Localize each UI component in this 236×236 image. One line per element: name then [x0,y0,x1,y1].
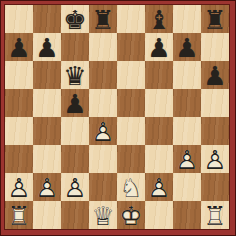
black-bishop-f8[interactable]: ♝ [145,5,173,33]
square-b6[interactable] [33,61,61,89]
white-pawn-d4[interactable]: ♟♙ [89,117,117,145]
white-queen-d1[interactable]: ♛♕ [89,201,117,229]
queen-fill-glyph: ♛ [61,61,89,89]
pawn-outline-glyph: ♙ [201,145,229,173]
square-g6[interactable] [173,61,201,89]
square-h5[interactable] [201,89,229,117]
square-b4[interactable] [33,117,61,145]
square-g1[interactable] [173,201,201,229]
square-a6[interactable] [5,61,33,89]
square-f8[interactable]: ♝ [145,5,173,33]
white-pawn-a2[interactable]: ♟♙ [5,173,33,201]
square-h8[interactable]: ♜ [201,5,229,33]
square-f1[interactable] [145,201,173,229]
square-h7[interactable] [201,33,229,61]
square-h6[interactable]: ♟ [201,61,229,89]
chess-board: ♚♜♝♜♟♟♟♟♛♟♟♟♙♟♙♟♙♟♙♟♙♟♙♞♘♟♙♜♖♛♕♚♔♜♖ [4,4,230,230]
square-g7[interactable]: ♟ [173,33,201,61]
square-e8[interactable] [117,5,145,33]
black-rook-h8[interactable]: ♜ [201,5,229,33]
square-f7[interactable]: ♟ [145,33,173,61]
pawn-fill-glyph: ♟ [145,33,173,61]
white-rook-h1[interactable]: ♜♖ [201,201,229,229]
black-pawn-a7[interactable]: ♟ [5,33,33,61]
square-a5[interactable] [5,89,33,117]
pawn-fill-glyph: ♟ [5,33,33,61]
white-pawn-c2[interactable]: ♟♙ [61,173,89,201]
square-h1[interactable]: ♜♖ [201,201,229,229]
board-frame: ♚♜♝♜♟♟♟♟♛♟♟♟♙♟♙♟♙♟♙♟♙♟♙♞♘♟♙♜♖♛♕♚♔♜♖ [0,0,236,236]
square-e4[interactable] [117,117,145,145]
knight-outline-glyph: ♘ [117,173,145,201]
square-c7[interactable] [61,33,89,61]
square-c8[interactable]: ♚ [61,5,89,33]
black-pawn-b7[interactable]: ♟ [33,33,61,61]
square-h3[interactable]: ♟♙ [201,145,229,173]
square-e6[interactable] [117,61,145,89]
rook-outline-glyph: ♖ [5,201,33,229]
black-rook-d8[interactable]: ♜ [89,5,117,33]
square-g4[interactable] [173,117,201,145]
white-pawn-f2[interactable]: ♟♙ [145,173,173,201]
square-g3[interactable]: ♟♙ [173,145,201,173]
rook-fill-glyph: ♜ [201,5,229,33]
square-d6[interactable] [89,61,117,89]
square-g8[interactable] [173,5,201,33]
square-a7[interactable]: ♟ [5,33,33,61]
square-g5[interactable] [173,89,201,117]
white-knight-e2[interactable]: ♞♘ [117,173,145,201]
square-g2[interactable] [173,173,201,201]
white-king-e1[interactable]: ♚♔ [117,201,145,229]
black-pawn-f7[interactable]: ♟ [145,33,173,61]
square-c5[interactable]: ♟ [61,89,89,117]
king-outline-glyph: ♔ [117,201,145,229]
square-a2[interactable]: ♟♙ [5,173,33,201]
pawn-fill-glyph: ♟ [33,33,61,61]
pawn-outline-glyph: ♙ [61,173,89,201]
square-e3[interactable] [117,145,145,173]
square-b8[interactable] [33,5,61,33]
square-a8[interactable] [5,5,33,33]
black-pawn-c5[interactable]: ♟ [61,89,89,117]
square-h4[interactable] [201,117,229,145]
white-pawn-g3[interactable]: ♟♙ [173,145,201,173]
square-c4[interactable] [61,117,89,145]
square-f6[interactable] [145,61,173,89]
square-h2[interactable] [201,173,229,201]
square-f5[interactable] [145,89,173,117]
pawn-fill-glyph: ♟ [61,89,89,117]
square-d4[interactable]: ♟♙ [89,117,117,145]
pawn-outline-glyph: ♙ [173,145,201,173]
black-queen-c6[interactable]: ♛ [61,61,89,89]
king-fill-glyph: ♚ [61,5,89,33]
queen-outline-glyph: ♕ [89,201,117,229]
pawn-outline-glyph: ♙ [33,173,61,201]
square-d3[interactable] [89,145,117,173]
white-pawn-h3[interactable]: ♟♙ [201,145,229,173]
pawn-fill-glyph: ♟ [201,61,229,89]
square-a3[interactable] [5,145,33,173]
bishop-fill-glyph: ♝ [145,5,173,33]
square-d1[interactable]: ♛♕ [89,201,117,229]
square-c6[interactable]: ♛ [61,61,89,89]
square-e2[interactable]: ♞♘ [117,173,145,201]
square-b7[interactable]: ♟ [33,33,61,61]
white-pawn-b2[interactable]: ♟♙ [33,173,61,201]
square-c2[interactable]: ♟♙ [61,173,89,201]
black-pawn-g7[interactable]: ♟ [173,33,201,61]
square-b1[interactable] [33,201,61,229]
pawn-outline-glyph: ♙ [5,173,33,201]
square-d7[interactable] [89,33,117,61]
square-e5[interactable] [117,89,145,117]
square-d5[interactable] [89,89,117,117]
square-e7[interactable] [117,33,145,61]
square-a4[interactable] [5,117,33,145]
square-c3[interactable] [61,145,89,173]
black-king-c8[interactable]: ♚ [61,5,89,33]
square-b5[interactable] [33,89,61,117]
square-d8[interactable]: ♜ [89,5,117,33]
square-d2[interactable] [89,173,117,201]
black-pawn-h6[interactable]: ♟ [201,61,229,89]
square-b3[interactable] [33,145,61,173]
square-f4[interactable] [145,117,173,145]
rook-outline-glyph: ♖ [201,201,229,229]
pawn-outline-glyph: ♙ [89,117,117,145]
pawn-outline-glyph: ♙ [145,173,173,201]
rook-fill-glyph: ♜ [89,5,117,33]
square-f2[interactable]: ♟♙ [145,173,173,201]
square-c1[interactable] [61,201,89,229]
pawn-fill-glyph: ♟ [173,33,201,61]
square-e1[interactable]: ♚♔ [117,201,145,229]
square-b2[interactable]: ♟♙ [33,173,61,201]
white-rook-a1[interactable]: ♜♖ [5,201,33,229]
square-a1[interactable]: ♜♖ [5,201,33,229]
square-f3[interactable] [145,145,173,173]
